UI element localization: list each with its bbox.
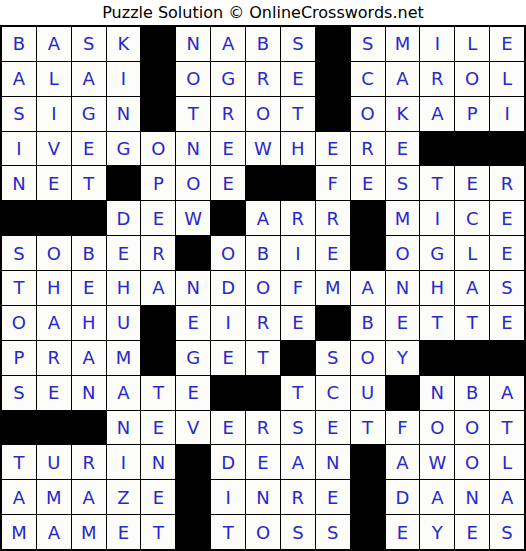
block-cell-r10c14 bbox=[455, 341, 489, 375]
letter-cell-r7c4: E bbox=[107, 236, 141, 270]
letter-cell-r4c1: I bbox=[2, 132, 36, 166]
block-cell-r10c15 bbox=[490, 341, 524, 375]
block-cell-r6c3 bbox=[72, 201, 106, 235]
letter-cell-r11c13: N bbox=[420, 376, 454, 410]
letter-cell-r12c10: E bbox=[316, 411, 350, 445]
letter-cell-r14c15: A bbox=[490, 480, 524, 514]
letter-cell-r11c11: U bbox=[351, 376, 385, 410]
letter-cell-r4c3: E bbox=[72, 132, 106, 166]
letter-cell-r9c14: T bbox=[455, 306, 489, 340]
block-cell-r2c10 bbox=[316, 62, 350, 96]
letter-cell-r3c11: O bbox=[351, 97, 385, 131]
letter-cell-r9c3: H bbox=[72, 306, 106, 340]
letter-cell-r13c4: I bbox=[107, 445, 141, 479]
puzzle-solution-page: Puzzle Solution © OnlineCrosswords.net B… bbox=[0, 0, 526, 551]
letter-cell-r3c6: T bbox=[176, 97, 210, 131]
letter-cell-r14c4: Z bbox=[107, 480, 141, 514]
letter-cell-r6c8: A bbox=[246, 201, 280, 235]
block-cell-r12c2 bbox=[37, 411, 71, 445]
letter-cell-r1c1: B bbox=[2, 27, 36, 61]
letter-cell-r8c15: S bbox=[490, 271, 524, 305]
block-cell-r10c9 bbox=[281, 341, 315, 375]
letter-cell-r7c10: E bbox=[316, 236, 350, 270]
letter-cell-r7c7: O bbox=[211, 236, 245, 270]
letter-cell-r15c14: E bbox=[455, 515, 489, 549]
letter-cell-r8c1: T bbox=[2, 271, 36, 305]
block-cell-r13c11 bbox=[351, 445, 385, 479]
block-cell-r6c7 bbox=[211, 201, 245, 235]
letter-cell-r7c5: R bbox=[141, 236, 175, 270]
letter-cell-r4c9: H bbox=[281, 132, 315, 166]
letter-cell-r5c12: S bbox=[386, 166, 420, 200]
letter-cell-r11c6: E bbox=[176, 376, 210, 410]
letter-cell-r1c13: I bbox=[420, 27, 454, 61]
letter-cell-r3c13: A bbox=[420, 97, 454, 131]
letter-cell-r1c9: S bbox=[281, 27, 315, 61]
letter-cell-r12c12: F bbox=[386, 411, 420, 445]
letter-cell-r6c12: M bbox=[386, 201, 420, 235]
letter-cell-r13c13: W bbox=[420, 445, 454, 479]
letter-cell-r9c6: E bbox=[176, 306, 210, 340]
letter-cell-r13c9: A bbox=[281, 445, 315, 479]
letter-cell-r7c12: O bbox=[386, 236, 420, 270]
letter-cell-r10c2: R bbox=[37, 341, 71, 375]
letter-cell-r14c3: A bbox=[72, 480, 106, 514]
letter-cell-r12c14: O bbox=[455, 411, 489, 445]
letter-cell-r2c3: A bbox=[72, 62, 106, 96]
letter-cell-r13c2: U bbox=[37, 445, 71, 479]
letter-cell-r8c6: N bbox=[176, 271, 210, 305]
block-cell-r1c10 bbox=[316, 27, 350, 61]
letter-cell-r4c11: R bbox=[351, 132, 385, 166]
letter-cell-r9c1: O bbox=[2, 306, 36, 340]
letter-cell-r14c14: N bbox=[455, 480, 489, 514]
letter-cell-r8c10: M bbox=[316, 271, 350, 305]
letter-cell-r10c10: S bbox=[316, 341, 350, 375]
letter-cell-r9c8: R bbox=[246, 306, 280, 340]
letter-cell-r1c2: A bbox=[37, 27, 71, 61]
block-cell-r11c7 bbox=[211, 376, 245, 410]
letter-cell-r6c15: E bbox=[490, 201, 524, 235]
letter-cell-r7c1: S bbox=[2, 236, 36, 270]
letter-cell-r1c6: N bbox=[176, 27, 210, 61]
block-cell-r6c1 bbox=[2, 201, 36, 235]
letter-cell-r14c7: I bbox=[211, 480, 245, 514]
letter-cell-r15c2: A bbox=[37, 515, 71, 549]
letter-cell-r9c9: E bbox=[281, 306, 315, 340]
letter-cell-r8c4: H bbox=[107, 271, 141, 305]
letter-cell-r8c3: E bbox=[72, 271, 106, 305]
letter-cell-r3c8: O bbox=[246, 97, 280, 131]
letter-cell-r7c13: G bbox=[420, 236, 454, 270]
letter-cell-r2c6: O bbox=[176, 62, 210, 96]
letter-cell-r1c14: L bbox=[455, 27, 489, 61]
letter-cell-r3c7: R bbox=[211, 97, 245, 131]
letter-cell-r12c7: E bbox=[211, 411, 245, 445]
letter-cell-r10c12: Y bbox=[386, 341, 420, 375]
block-cell-r4c13 bbox=[420, 132, 454, 166]
letter-cell-r1c4: K bbox=[107, 27, 141, 61]
letter-cell-r13c10: N bbox=[316, 445, 350, 479]
block-cell-r6c2 bbox=[37, 201, 71, 235]
letter-cell-r8c7: D bbox=[211, 271, 245, 305]
letter-cell-r7c3: B bbox=[72, 236, 106, 270]
letter-cell-r2c2: L bbox=[37, 62, 71, 96]
letter-cell-r5c10: F bbox=[316, 166, 350, 200]
letter-cell-r10c7: E bbox=[211, 341, 245, 375]
letter-cell-r3c9: T bbox=[281, 97, 315, 131]
letter-cell-r13c12: A bbox=[386, 445, 420, 479]
letter-cell-r5c11: E bbox=[351, 166, 385, 200]
letter-cell-r2c8: R bbox=[246, 62, 280, 96]
block-cell-r10c13 bbox=[420, 341, 454, 375]
letter-cell-r5c14: E bbox=[455, 166, 489, 200]
letter-cell-r12c5: E bbox=[141, 411, 175, 445]
letter-cell-r4c6: N bbox=[176, 132, 210, 166]
block-cell-r15c6 bbox=[176, 515, 210, 549]
letter-cell-r5c2: E bbox=[37, 166, 71, 200]
letter-cell-r8c13: H bbox=[420, 271, 454, 305]
letter-cell-r12c11: T bbox=[351, 411, 385, 445]
letter-cell-r14c1: A bbox=[2, 480, 36, 514]
letter-cell-r1c11: S bbox=[351, 27, 385, 61]
letter-cell-r9c15: E bbox=[490, 306, 524, 340]
letter-cell-r12c6: V bbox=[176, 411, 210, 445]
letter-cell-r1c15: E bbox=[490, 27, 524, 61]
block-cell-r4c15 bbox=[490, 132, 524, 166]
letter-cell-r14c8: N bbox=[246, 480, 280, 514]
letter-cell-r2c14: O bbox=[455, 62, 489, 96]
block-cell-r5c8 bbox=[246, 166, 280, 200]
block-cell-r12c3 bbox=[72, 411, 106, 445]
letter-cell-r3c1: S bbox=[2, 97, 36, 131]
letter-cell-r6c10: R bbox=[316, 201, 350, 235]
block-cell-r5c4 bbox=[107, 166, 141, 200]
letter-cell-r1c7: A bbox=[211, 27, 245, 61]
letter-cell-r8c2: H bbox=[37, 271, 71, 305]
letter-cell-r9c12: E bbox=[386, 306, 420, 340]
page-title: Puzzle Solution © OnlineCrosswords.net bbox=[0, 0, 526, 25]
letter-cell-r10c6: G bbox=[176, 341, 210, 375]
letter-cell-r10c4: M bbox=[107, 341, 141, 375]
letter-cell-r13c15: L bbox=[490, 445, 524, 479]
letter-cell-r1c12: M bbox=[386, 27, 420, 61]
letter-cell-r9c7: I bbox=[211, 306, 245, 340]
block-cell-r4c14 bbox=[455, 132, 489, 166]
letter-cell-r5c3: T bbox=[72, 166, 106, 200]
letter-cell-r3c4: N bbox=[107, 97, 141, 131]
letter-cell-r2c4: I bbox=[107, 62, 141, 96]
letter-cell-r13c14: O bbox=[455, 445, 489, 479]
letter-cell-r15c8: O bbox=[246, 515, 280, 549]
letter-cell-r7c14: L bbox=[455, 236, 489, 270]
letter-cell-r8c12: N bbox=[386, 271, 420, 305]
block-cell-r3c5 bbox=[141, 97, 175, 131]
letter-cell-r13c7: D bbox=[211, 445, 245, 479]
letter-cell-r8c14: A bbox=[455, 271, 489, 305]
letter-cell-r8c8: O bbox=[246, 271, 280, 305]
letter-cell-r5c13: T bbox=[420, 166, 454, 200]
letter-cell-r4c2: V bbox=[37, 132, 71, 166]
letter-cell-r14c12: D bbox=[386, 480, 420, 514]
letter-cell-r13c5: N bbox=[141, 445, 175, 479]
block-cell-r2c5 bbox=[141, 62, 175, 96]
letter-cell-r7c8: B bbox=[246, 236, 280, 270]
letter-cell-r3c2: I bbox=[37, 97, 71, 131]
letter-cell-r3c12: K bbox=[386, 97, 420, 131]
letter-cell-r6c6: W bbox=[176, 201, 210, 235]
letter-cell-r12c4: N bbox=[107, 411, 141, 445]
letter-cell-r6c5: E bbox=[141, 201, 175, 235]
letter-cell-r15c7: T bbox=[211, 515, 245, 549]
letter-cell-r15c3: M bbox=[72, 515, 106, 549]
letter-cell-r12c15: T bbox=[490, 411, 524, 445]
block-cell-r14c6 bbox=[176, 480, 210, 514]
letter-cell-r10c11: O bbox=[351, 341, 385, 375]
letter-cell-r10c3: A bbox=[72, 341, 106, 375]
block-cell-r9c10 bbox=[316, 306, 350, 340]
letter-cell-r13c3: R bbox=[72, 445, 106, 479]
letter-cell-r14c13: A bbox=[420, 480, 454, 514]
block-cell-r7c6 bbox=[176, 236, 210, 270]
letter-cell-r2c15: L bbox=[490, 62, 524, 96]
letter-cell-r6c4: D bbox=[107, 201, 141, 235]
letter-cell-r4c5: O bbox=[141, 132, 175, 166]
letter-cell-r11c10: C bbox=[316, 376, 350, 410]
letter-cell-r1c3: S bbox=[72, 27, 106, 61]
letter-cell-r15c10: S bbox=[316, 515, 350, 549]
letter-cell-r7c15: E bbox=[490, 236, 524, 270]
letter-cell-r9c4: U bbox=[107, 306, 141, 340]
letter-cell-r2c1: A bbox=[2, 62, 36, 96]
letter-cell-r11c3: N bbox=[72, 376, 106, 410]
crossword-grid: BASKNABSSMILEALAIOGRECAROLSIGNTROTOKAPII… bbox=[0, 25, 526, 551]
letter-cell-r10c1: P bbox=[2, 341, 36, 375]
letter-cell-r11c4: A bbox=[107, 376, 141, 410]
letter-cell-r15c4: E bbox=[107, 515, 141, 549]
block-cell-r5c9 bbox=[281, 166, 315, 200]
letter-cell-r7c2: O bbox=[37, 236, 71, 270]
letter-cell-r4c4: G bbox=[107, 132, 141, 166]
block-cell-r14c11 bbox=[351, 480, 385, 514]
letter-cell-r8c11: A bbox=[351, 271, 385, 305]
letter-cell-r15c5: T bbox=[141, 515, 175, 549]
letter-cell-r2c9: E bbox=[281, 62, 315, 96]
letter-cell-r2c13: R bbox=[420, 62, 454, 96]
letter-cell-r1c8: B bbox=[246, 27, 280, 61]
block-cell-r13c6 bbox=[176, 445, 210, 479]
letter-cell-r5c5: P bbox=[141, 166, 175, 200]
letter-cell-r4c12: E bbox=[386, 132, 420, 166]
letter-cell-r14c9: R bbox=[281, 480, 315, 514]
letter-cell-r6c13: I bbox=[420, 201, 454, 235]
letter-cell-r9c11: B bbox=[351, 306, 385, 340]
letter-cell-r15c13: Y bbox=[420, 515, 454, 549]
letter-cell-r8c5: A bbox=[141, 271, 175, 305]
letter-cell-r2c11: C bbox=[351, 62, 385, 96]
letter-cell-r4c8: W bbox=[246, 132, 280, 166]
block-cell-r6c11 bbox=[351, 201, 385, 235]
block-cell-r11c12 bbox=[386, 376, 420, 410]
block-cell-r10c5 bbox=[141, 341, 175, 375]
letter-cell-r15c15: S bbox=[490, 515, 524, 549]
block-cell-r9c5 bbox=[141, 306, 175, 340]
letter-cell-r5c1: N bbox=[2, 166, 36, 200]
letter-cell-r11c2: E bbox=[37, 376, 71, 410]
block-cell-r7c11 bbox=[351, 236, 385, 270]
letter-cell-r2c7: G bbox=[211, 62, 245, 96]
letter-cell-r7c9: I bbox=[281, 236, 315, 270]
letter-cell-r14c10: E bbox=[316, 480, 350, 514]
letter-cell-r3c3: G bbox=[72, 97, 106, 131]
letter-cell-r11c1: S bbox=[2, 376, 36, 410]
letter-cell-r13c8: E bbox=[246, 445, 280, 479]
letter-cell-r5c6: O bbox=[176, 166, 210, 200]
block-cell-r15c11 bbox=[351, 515, 385, 549]
letter-cell-r14c5: E bbox=[141, 480, 175, 514]
letter-cell-r14c2: M bbox=[37, 480, 71, 514]
letter-cell-r11c15: A bbox=[490, 376, 524, 410]
letter-cell-r15c12: E bbox=[386, 515, 420, 549]
block-cell-r11c8 bbox=[246, 376, 280, 410]
letter-cell-r11c5: T bbox=[141, 376, 175, 410]
letter-cell-r3c14: P bbox=[455, 97, 489, 131]
block-cell-r1c5 bbox=[141, 27, 175, 61]
letter-cell-r13c1: T bbox=[2, 445, 36, 479]
letter-cell-r11c9: T bbox=[281, 376, 315, 410]
letter-cell-r2c12: A bbox=[386, 62, 420, 96]
letter-cell-r4c7: E bbox=[211, 132, 245, 166]
letter-cell-r15c9: S bbox=[281, 515, 315, 549]
letter-cell-r9c13: T bbox=[420, 306, 454, 340]
letter-cell-r6c9: R bbox=[281, 201, 315, 235]
letter-cell-r11c14: B bbox=[455, 376, 489, 410]
letter-cell-r5c7: E bbox=[211, 166, 245, 200]
letter-cell-r12c13: O bbox=[420, 411, 454, 445]
block-cell-r12c1 bbox=[2, 411, 36, 445]
letter-cell-r12c8: R bbox=[246, 411, 280, 445]
letter-cell-r6c14: C bbox=[455, 201, 489, 235]
letter-cell-r4c10: E bbox=[316, 132, 350, 166]
letter-cell-r8c9: F bbox=[281, 271, 315, 305]
letter-cell-r12c9: S bbox=[281, 411, 315, 445]
letter-cell-r5c15: R bbox=[490, 166, 524, 200]
letter-cell-r9c2: A bbox=[37, 306, 71, 340]
letter-cell-r10c8: T bbox=[246, 341, 280, 375]
block-cell-r3c10 bbox=[316, 97, 350, 131]
letter-cell-r15c1: M bbox=[2, 515, 36, 549]
letter-cell-r3c15: I bbox=[490, 97, 524, 131]
